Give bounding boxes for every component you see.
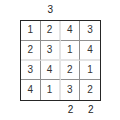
grid-cell-r4c4[interactable]: 2 — [80, 80, 100, 100]
grid-cell-r3c3[interactable]: 2 — [61, 61, 81, 81]
grid-cell-r3c2[interactable]: 4 — [41, 61, 61, 81]
grid-cell-r1c3[interactable]: 4 — [61, 21, 81, 41]
grid-cell-r4c3[interactable]: 3 — [61, 80, 81, 100]
grid-cell-r4c1[interactable]: 4 — [21, 80, 41, 100]
bottom-clue-row: 2 2 — [20, 103, 101, 117]
bottom-clue-col2 — [40, 103, 60, 117]
top-clue-col3 — [61, 3, 81, 17]
skyscrapers-board: 1 2 4 3 2 3 1 4 3 4 2 1 4 1 3 2 — [20, 20, 101, 101]
grid-cell-r4c2[interactable]: 1 — [41, 80, 61, 100]
grid-cell-r1c2[interactable]: 2 — [41, 21, 61, 41]
grid-cell-r2c1[interactable]: 2 — [21, 41, 41, 61]
grid-cell-r1c1[interactable]: 1 — [21, 21, 41, 41]
grid-cell-r2c2[interactable]: 3 — [41, 41, 61, 61]
grid-cell-r2c3[interactable]: 1 — [61, 41, 81, 61]
bottom-clue-col4: 2 — [81, 103, 101, 117]
grid-cell-r2c4[interactable]: 4 — [80, 41, 100, 61]
top-clue-col1 — [20, 3, 40, 17]
bottom-clue-col3: 2 — [61, 103, 81, 117]
top-clue-row: 3 — [20, 3, 101, 17]
grid-cell-r3c4[interactable]: 1 — [80, 61, 100, 81]
top-clue-col4 — [81, 3, 101, 17]
top-clue-col2: 3 — [40, 3, 60, 17]
grid-cell-r1c4[interactable]: 3 — [80, 21, 100, 41]
bottom-clue-col1 — [20, 103, 40, 117]
grid-cell-r3c1[interactable]: 3 — [21, 61, 41, 81]
